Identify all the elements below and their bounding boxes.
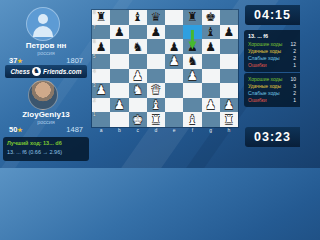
square-d6[interactable] <box>147 39 165 54</box>
white-pawn: ♟ <box>114 99 125 111</box>
rank-label: 8 <box>93 10 96 15</box>
square-h5[interactable] <box>220 54 238 69</box>
white-knight: ♞ <box>132 84 143 96</box>
square-c7[interactable] <box>129 25 147 40</box>
white-rook: ♜ <box>223 114 234 126</box>
black-pawn: ♟ <box>114 26 125 38</box>
square-b7[interactable]: ♟ <box>110 25 128 40</box>
rank-label: 5 <box>93 54 96 59</box>
square-e4[interactable] <box>165 69 183 84</box>
square-a6[interactable]: 6♟ <box>92 39 110 54</box>
rank-label: 4 <box>93 69 96 74</box>
stat-row: Слабые ходы 2 <box>248 55 296 62</box>
stat-value: 12 <box>290 41 296 48</box>
file-label: c <box>129 127 147 134</box>
square-f4[interactable]: ♟ <box>183 69 201 84</box>
black-pawn: ♟ <box>187 41 198 53</box>
top-player-rating-row: 37★ 1807 <box>9 56 83 65</box>
chess-board: 8♜♝♛♜♚7♟♟♝♟6♟♞♟♟♟5♟♞4♟♟3♟♞♛2♟♝♟♟1♚♜♝♜ <box>92 10 238 127</box>
person-icon <box>38 14 48 24</box>
square-h1[interactable]: ♜ <box>220 112 238 127</box>
played-move-line: 13. ... f6 (0.66 → 2.96) <box>7 149 85 155</box>
star-icon: ★ <box>17 58 22 64</box>
stat-label: Ошибки <box>248 62 267 69</box>
file-labels: abcdefgh <box>92 127 238 134</box>
left-sidebar: Петров нн россия 37★ 1807 Chess ♞ Friend… <box>0 0 92 168</box>
square-g6[interactable]: ♟ <box>202 39 220 54</box>
white-pawn: ♟ <box>187 70 198 82</box>
square-a8[interactable]: 8♜ <box>92 10 110 25</box>
star-icon: ★ <box>17 127 22 133</box>
square-c6[interactable]: ♞ <box>129 39 147 54</box>
square-c3[interactable]: ♞ <box>129 83 147 98</box>
white-rook: ♜ <box>150 114 161 126</box>
square-e8[interactable] <box>165 10 183 25</box>
square-g7[interactable]: ♝ <box>202 25 220 40</box>
bottom-player-name: ZloyGeniy13 <box>0 110 92 119</box>
bottom-player-rating-row: 50★ 1487 <box>9 125 83 134</box>
stat-value: 3 <box>293 83 296 90</box>
stat-value: 1 <box>293 62 296 69</box>
square-h3[interactable] <box>220 83 238 98</box>
square-d1[interactable]: ♜ <box>147 112 165 127</box>
file-label: e <box>165 127 183 134</box>
stat-label: Удачные ходы <box>248 48 281 55</box>
white-pawn: ♟ <box>132 70 143 82</box>
stat-label: Слабые ходы <box>248 55 280 62</box>
square-f8[interactable]: ♜ <box>183 10 201 25</box>
stat-row: Хорошие ходы 10 <box>248 76 296 83</box>
stat-value: 2 <box>293 90 296 97</box>
square-d4[interactable] <box>147 69 165 84</box>
square-h4[interactable] <box>220 69 238 84</box>
black-pawn: ♟ <box>223 26 234 38</box>
square-c1[interactable]: ♚ <box>129 112 147 127</box>
rank-label: 2 <box>93 98 96 103</box>
stat-value: 2 <box>293 48 296 55</box>
square-f1[interactable]: ♝ <box>183 112 201 127</box>
stat-value: 1 <box>293 97 296 104</box>
stat-label: Хорошие ходы <box>248 76 282 83</box>
square-e2[interactable] <box>165 98 183 113</box>
top-player-name: Петров нн <box>0 41 92 50</box>
square-d5[interactable] <box>147 54 165 69</box>
black-pawn: ♟ <box>96 41 107 53</box>
stat-row: Ошибки 1 <box>248 97 296 104</box>
top-player-rating: 1807 <box>66 56 83 65</box>
square-b3[interactable] <box>110 83 128 98</box>
white-king: ♚ <box>132 114 143 126</box>
logo-text-right: Friends.com <box>43 68 82 75</box>
square-d3[interactable]: ♛ <box>147 83 165 98</box>
square-g3[interactable] <box>202 83 220 98</box>
white-pawn: ♟ <box>223 99 234 111</box>
stat-row: Хорошие ходы 12 <box>248 41 296 48</box>
square-c5[interactable] <box>129 54 147 69</box>
black-bishop: ♝ <box>205 26 216 38</box>
bottom-player-level: 50★ <box>9 125 23 134</box>
black-king: ♚ <box>205 11 216 23</box>
square-f5[interactable]: ♞ <box>183 54 201 69</box>
logo-text-left: Chess <box>10 68 30 75</box>
bottom-player-move-stats: Хорошие ходы 10 Удачные ходы 3 Слабые хо… <box>244 73 300 107</box>
stat-value: 2 <box>293 55 296 62</box>
black-pawn: ♟ <box>169 41 180 53</box>
square-f2[interactable] <box>183 98 201 113</box>
square-e7[interactable] <box>165 25 183 40</box>
square-a4[interactable]: 4 <box>92 69 110 84</box>
square-g8[interactable]: ♚ <box>202 10 220 25</box>
stat-value: 10 <box>290 76 296 83</box>
square-f3[interactable] <box>183 83 201 98</box>
bottom-player-rating: 1487 <box>66 125 83 134</box>
square-g5[interactable] <box>202 54 220 69</box>
black-pawn: ♟ <box>150 26 161 38</box>
black-knight: ♞ <box>132 41 143 53</box>
stat-label: Хорошие ходы <box>248 41 282 48</box>
square-g4[interactable] <box>202 69 220 84</box>
square-a7[interactable]: 7 <box>92 25 110 40</box>
square-h6[interactable] <box>220 39 238 54</box>
board-grid: 8♜♝♛♜♚7♟♟♝♟6♟♞♟♟♟5♟♞4♟♟3♟♞♛2♟♝♟♟1♚♜♝♜ <box>92 10 238 127</box>
bottom-player-clock: 03:23 <box>245 127 300 147</box>
white-pawn: ♟ <box>96 84 107 96</box>
square-d2[interactable]: ♝ <box>147 98 165 113</box>
best-move-line: Лучший ход: 13... d6 <box>7 140 85 146</box>
move-header: 13. ... f6 <box>248 33 296 39</box>
black-knight: ♞ <box>187 55 198 67</box>
knight-logo-icon: ♞ <box>32 67 41 76</box>
analysis-note-box: Лучший ход: 13... d6 13. ... f6 (0.66 → … <box>3 137 89 161</box>
square-h2[interactable]: ♟ <box>220 98 238 113</box>
square-b8[interactable] <box>110 10 128 25</box>
rank-label: 6 <box>93 39 96 44</box>
square-a2[interactable]: 2 <box>92 98 110 113</box>
top-player-avatar[interactable] <box>26 7 60 41</box>
white-bishop: ♝ <box>187 114 198 126</box>
square-h8[interactable] <box>220 10 238 25</box>
square-a3[interactable]: 3♟ <box>92 83 110 98</box>
person-icon <box>33 26 53 37</box>
top-player-level: 37★ <box>9 56 23 65</box>
file-label: h <box>220 127 238 134</box>
rank-label: 3 <box>93 83 96 88</box>
square-e3[interactable] <box>165 83 183 98</box>
file-label: d <box>147 127 165 134</box>
square-f7[interactable] <box>183 25 201 40</box>
file-label: g <box>202 127 220 134</box>
stat-label: Слабые ходы <box>248 90 280 97</box>
square-d7[interactable]: ♟ <box>147 25 165 40</box>
stat-label: Ошибки <box>248 97 267 104</box>
square-e6[interactable]: ♟ <box>165 39 183 54</box>
square-b1[interactable] <box>110 112 128 127</box>
square-d8[interactable]: ♛ <box>147 10 165 25</box>
rank-label: 7 <box>93 25 96 30</box>
square-b6[interactable] <box>110 39 128 54</box>
square-b5[interactable] <box>110 54 128 69</box>
square-a1[interactable]: 1 <box>92 112 110 127</box>
black-queen: ♛ <box>150 11 161 23</box>
stat-row: Удачные ходы 3 <box>248 83 296 90</box>
square-f6[interactable]: ♟ <box>183 39 201 54</box>
stat-row: Ошибки 1 <box>248 62 296 69</box>
square-b2[interactable]: ♟ <box>110 98 128 113</box>
stat-label: Удачные ходы <box>248 83 281 90</box>
square-g2[interactable]: ♟ <box>202 98 220 113</box>
square-b4[interactable] <box>110 69 128 84</box>
top-player-clock: 04:15 <box>245 5 300 25</box>
white-pawn: ♟ <box>169 55 180 67</box>
black-rook: ♜ <box>96 11 107 23</box>
square-a5[interactable]: 5 <box>92 54 110 69</box>
square-h7[interactable]: ♟ <box>220 25 238 40</box>
white-queen: ♛ <box>150 84 161 96</box>
square-g1[interactable] <box>202 112 220 127</box>
top-player-move-stats: 13. ... f6 Хорошие ходы 12 Удачные ходы … <box>244 30 300 72</box>
square-e1[interactable] <box>165 112 183 127</box>
square-c4[interactable]: ♟ <box>129 69 147 84</box>
stat-row: Слабые ходы 2 <box>248 90 296 97</box>
file-label: a <box>92 127 110 134</box>
stat-row: Удачные ходы 2 <box>248 48 296 55</box>
square-e5[interactable]: ♟ <box>165 54 183 69</box>
file-label: b <box>110 127 128 134</box>
square-c8[interactable]: ♝ <box>129 10 147 25</box>
white-bishop: ♝ <box>150 99 161 111</box>
white-pawn: ♟ <box>205 99 216 111</box>
black-bishop: ♝ <box>132 11 143 23</box>
bottom-player-avatar[interactable] <box>28 80 58 110</box>
black-pawn: ♟ <box>205 41 216 53</box>
rank-label: 1 <box>93 112 96 117</box>
chessfriends-logo[interactable]: Chess ♞ Friends.com <box>5 65 87 78</box>
black-rook: ♜ <box>187 11 198 23</box>
square-c2[interactable] <box>129 98 147 113</box>
file-label: f <box>183 127 201 134</box>
